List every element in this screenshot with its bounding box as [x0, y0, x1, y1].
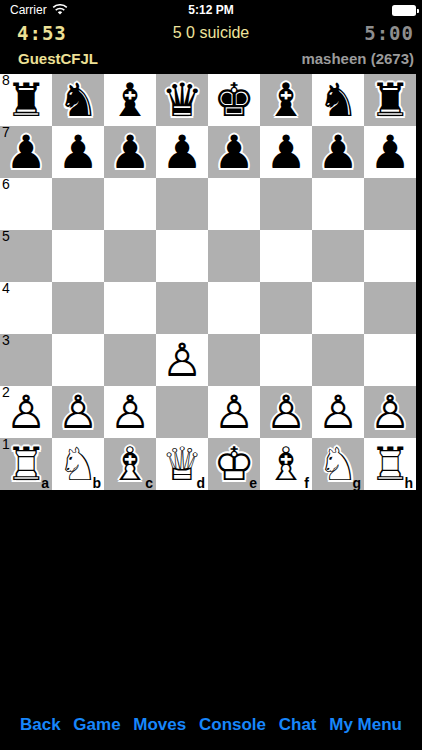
- square-d1[interactable]: d♛♕: [156, 438, 208, 490]
- black-knight-b8[interactable]: ♞: [52, 74, 104, 126]
- square-g1[interactable]: g♞♘: [312, 438, 364, 490]
- white-pawn-d3[interactable]: ♟♙: [156, 334, 208, 386]
- square-e2[interactable]: ♟♙: [208, 386, 260, 438]
- square-g8[interactable]: ♞: [312, 74, 364, 126]
- square-f3[interactable]: [260, 334, 312, 386]
- black-pawn-d7[interactable]: ♟: [156, 126, 208, 178]
- square-h4[interactable]: [364, 282, 416, 334]
- square-a3[interactable]: 3: [0, 334, 52, 386]
- square-c3[interactable]: [104, 334, 156, 386]
- my-menu-button[interactable]: My Menu: [329, 715, 402, 735]
- black-pawn-b7[interactable]: ♟: [52, 126, 104, 178]
- square-g5[interactable]: [312, 230, 364, 282]
- white-pawn-g2[interactable]: ♟♙: [312, 386, 364, 438]
- game-header: 4:53 5 0 suicide 5:00 GuestCFJL masheen …: [0, 20, 422, 74]
- square-a7[interactable]: 7♟: [0, 126, 52, 178]
- black-rook-h8[interactable]: ♜: [364, 74, 416, 126]
- battery-icon: [392, 5, 416, 16]
- white-pawn-b2[interactable]: ♟♙: [52, 386, 104, 438]
- white-knight-b1[interactable]: ♞♘: [52, 438, 104, 490]
- square-h8[interactable]: ♜: [364, 74, 416, 126]
- square-g7[interactable]: ♟: [312, 126, 364, 178]
- square-d2[interactable]: [156, 386, 208, 438]
- status-bar: Carrier 5:12 PM: [0, 0, 422, 20]
- status-time: 5:12 PM: [0, 3, 422, 17]
- square-e3[interactable]: [208, 334, 260, 386]
- white-bishop-c1[interactable]: ♝♗: [104, 438, 156, 490]
- white-pawn-h2[interactable]: ♟♙: [364, 386, 416, 438]
- bottom-toolbar: Back Game Moves Console Chat My Menu: [0, 708, 422, 750]
- white-rook-h1[interactable]: ♜♖: [364, 438, 416, 490]
- white-pawn-f2[interactable]: ♟♙: [260, 386, 312, 438]
- square-a8[interactable]: 8♜: [0, 74, 52, 126]
- square-a1[interactable]: 1a♜♖: [0, 438, 52, 490]
- white-player-name: GuestCFJL: [18, 50, 98, 67]
- square-c7[interactable]: ♟: [104, 126, 156, 178]
- square-f2[interactable]: ♟♙: [260, 386, 312, 438]
- square-f1[interactable]: f♝♗: [260, 438, 312, 490]
- square-b6[interactable]: [52, 178, 104, 230]
- white-rook-a1[interactable]: ♜♖: [0, 438, 52, 490]
- square-d5[interactable]: [156, 230, 208, 282]
- black-pawn-g7[interactable]: ♟: [312, 126, 364, 178]
- square-f5[interactable]: [260, 230, 312, 282]
- rank-label-3: 3: [2, 333, 10, 348]
- square-e5[interactable]: [208, 230, 260, 282]
- white-queen-d1[interactable]: ♛♕: [156, 438, 208, 490]
- rank-label-6: 6: [2, 177, 10, 192]
- square-b7[interactable]: ♟: [52, 126, 104, 178]
- square-c2[interactable]: ♟♙: [104, 386, 156, 438]
- black-rook-a8[interactable]: ♜: [0, 74, 52, 126]
- square-b4[interactable]: [52, 282, 104, 334]
- square-f8[interactable]: ♝: [260, 74, 312, 126]
- square-h7[interactable]: ♟: [364, 126, 416, 178]
- white-pawn-c2[interactable]: ♟♙: [104, 386, 156, 438]
- black-clock: 5:00: [364, 22, 414, 44]
- square-b2[interactable]: ♟♙: [52, 386, 104, 438]
- square-h1[interactable]: h♜♖: [364, 438, 416, 490]
- black-player-name: masheen (2673): [301, 50, 414, 67]
- white-pawn-e2[interactable]: ♟♙: [208, 386, 260, 438]
- square-a4[interactable]: 4: [0, 282, 52, 334]
- square-b3[interactable]: [52, 334, 104, 386]
- black-bishop-c8[interactable]: ♝: [104, 74, 156, 126]
- black-knight-g8[interactable]: ♞: [312, 74, 364, 126]
- black-pawn-c7[interactable]: ♟: [104, 126, 156, 178]
- square-h6[interactable]: [364, 178, 416, 230]
- square-a2[interactable]: 2♟♙: [0, 386, 52, 438]
- square-h5[interactable]: [364, 230, 416, 282]
- square-f6[interactable]: [260, 178, 312, 230]
- square-e8[interactable]: ♚: [208, 74, 260, 126]
- black-pawn-a7[interactable]: ♟: [0, 126, 52, 178]
- black-bishop-f8[interactable]: ♝: [260, 74, 312, 126]
- chess-board[interactable]: 8♜♞♝♛♚♝♞♜7♟♟♟♟♟♟♟♟6543♟♙2♟♙♟♙♟♙♟♙♟♙♟♙♟♙1…: [0, 74, 416, 490]
- white-king-e1[interactable]: ♚♔: [208, 438, 260, 490]
- square-b1[interactable]: b♞♘: [52, 438, 104, 490]
- back-button[interactable]: Back: [20, 715, 61, 735]
- square-h3[interactable]: [364, 334, 416, 386]
- square-d7[interactable]: ♟: [156, 126, 208, 178]
- rank-label-4: 4: [2, 281, 10, 296]
- rank-label-5: 5: [2, 229, 10, 244]
- black-pawn-h7[interactable]: ♟: [364, 126, 416, 178]
- square-f4[interactable]: [260, 282, 312, 334]
- square-d6[interactable]: [156, 178, 208, 230]
- square-b8[interactable]: ♞: [52, 74, 104, 126]
- square-c6[interactable]: [104, 178, 156, 230]
- console-button[interactable]: Console: [199, 715, 266, 735]
- black-pawn-f7[interactable]: ♟: [260, 126, 312, 178]
- chat-button[interactable]: Chat: [279, 715, 317, 735]
- square-f7[interactable]: ♟: [260, 126, 312, 178]
- square-a5[interactable]: 5: [0, 230, 52, 282]
- square-a6[interactable]: 6: [0, 178, 52, 230]
- square-h2[interactable]: ♟♙: [364, 386, 416, 438]
- square-e6[interactable]: [208, 178, 260, 230]
- game-info-label: 5 0 suicide: [0, 24, 422, 42]
- square-c5[interactable]: [104, 230, 156, 282]
- square-g3[interactable]: [312, 334, 364, 386]
- square-c8[interactable]: ♝: [104, 74, 156, 126]
- square-e1[interactable]: e♚♔: [208, 438, 260, 490]
- white-bishop-f1[interactable]: ♝♗: [260, 438, 312, 490]
- square-e7[interactable]: ♟: [208, 126, 260, 178]
- square-b5[interactable]: [52, 230, 104, 282]
- moves-button[interactable]: Moves: [133, 715, 186, 735]
- square-g4[interactable]: [312, 282, 364, 334]
- square-e4[interactable]: [208, 282, 260, 334]
- square-d4[interactable]: [156, 282, 208, 334]
- black-queen-d8[interactable]: ♛: [156, 74, 208, 126]
- white-pawn-a2[interactable]: ♟♙: [0, 386, 52, 438]
- app-screen: Carrier 5:12 PM 4:53 5 0 suicide 5:00 Gu…: [0, 0, 422, 750]
- square-g6[interactable]: [312, 178, 364, 230]
- square-d8[interactable]: ♛: [156, 74, 208, 126]
- black-pawn-e7[interactable]: ♟: [208, 126, 260, 178]
- black-king-e8[interactable]: ♚: [208, 74, 260, 126]
- square-c4[interactable]: [104, 282, 156, 334]
- white-knight-g1[interactable]: ♞♘: [312, 438, 364, 490]
- square-c1[interactable]: c♝♗: [104, 438, 156, 490]
- square-g2[interactable]: ♟♙: [312, 386, 364, 438]
- game-button[interactable]: Game: [73, 715, 120, 735]
- square-d3[interactable]: ♟♙: [156, 334, 208, 386]
